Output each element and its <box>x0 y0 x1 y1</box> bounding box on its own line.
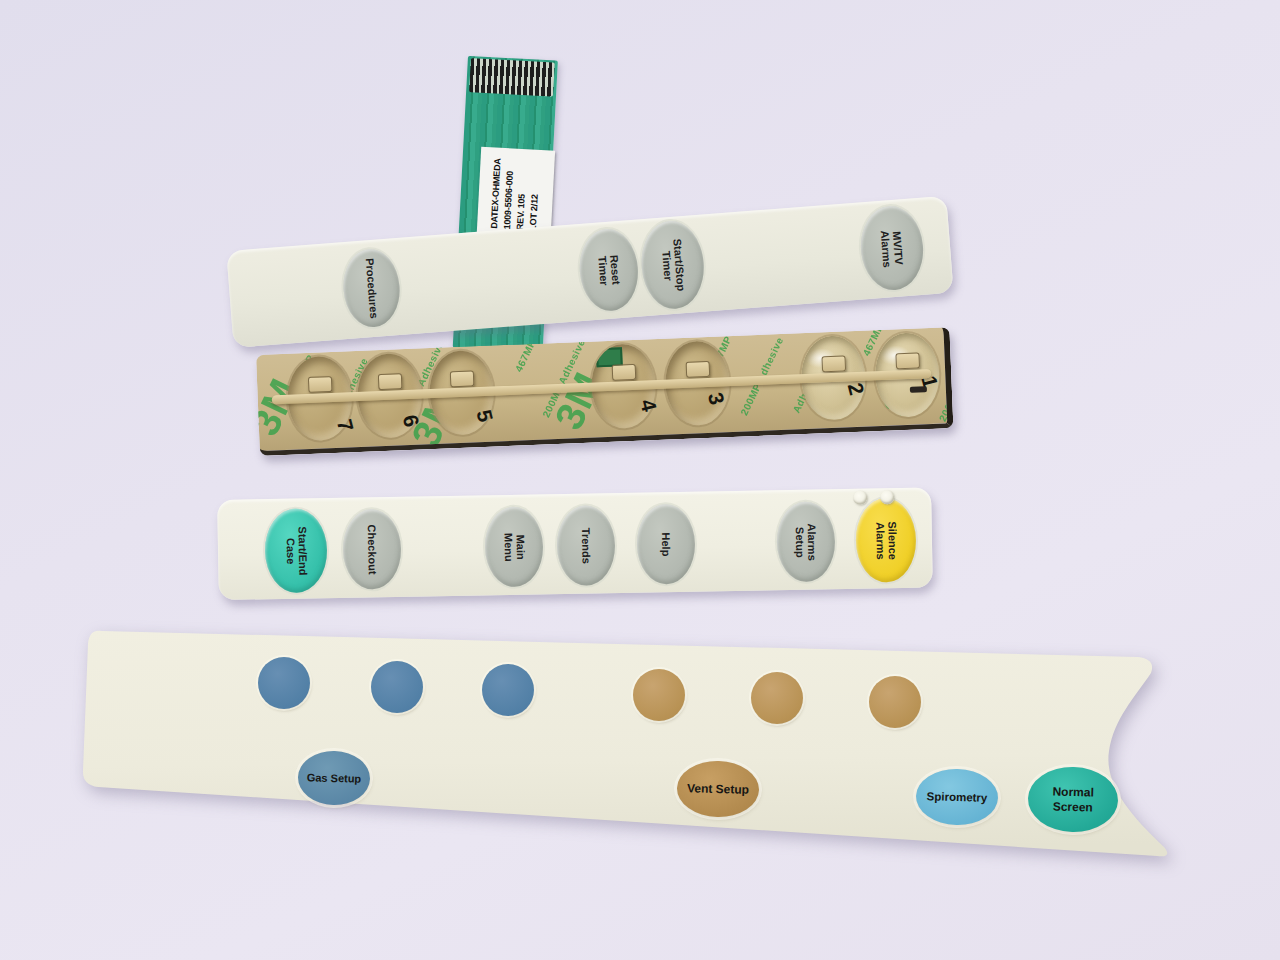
timer-keypad-strip: Procedures Reset Timer Start/Stop Timer … <box>226 196 953 348</box>
unlabeled-key-dot-blue <box>371 661 423 713</box>
button-trends: Trends <box>556 505 615 586</box>
dome-contact-bump <box>895 352 920 369</box>
unlabeled-key-dot-tan <box>633 669 685 721</box>
button-label: Start/Stop Timer <box>658 238 687 292</box>
connector-slot <box>910 386 927 393</box>
setup-keypad-strip <box>70 622 1190 872</box>
unlabeled-key-dot-tan <box>751 672 803 724</box>
button-label: Alarms Setup <box>793 523 818 561</box>
button-alarms-setup: Alarms Setup <box>776 501 835 582</box>
unlabeled-key-dot-blue <box>258 657 310 709</box>
unlabeled-key-dot-tan <box>869 676 921 728</box>
button-label: Procedures <box>363 257 380 318</box>
setup-strip-shape <box>83 631 1167 857</box>
button-start-stop-timer: Start/Stop Timer <box>638 219 707 311</box>
cable-contact-fingers <box>469 58 555 96</box>
dome-contact-bump <box>378 373 403 390</box>
cable-label-text: DATEX-OHMEDA 1009-5506-000 REV. 105 LOT … <box>488 154 544 231</box>
dome-contact-bump <box>821 355 846 372</box>
dome-number: 4 <box>634 391 663 420</box>
dome-number: 5 <box>470 401 499 430</box>
button-label: Silence Alarms <box>873 521 899 560</box>
button-main-menu: Main Menu <box>484 506 543 587</box>
button-label: Trends <box>579 527 592 563</box>
button-label: MV/TV Alarms <box>878 229 906 268</box>
button-label: Main Menu <box>501 532 526 561</box>
adhesive-backing-strip: 3M 3M 3M 3M 467MP 200MP Adhesive Adhesiv… <box>256 327 953 456</box>
button-label: Gas Setup <box>307 771 362 784</box>
button-silence-alarms: Silence Alarms <box>855 498 916 583</box>
button-label: Help <box>660 532 673 556</box>
button-start-end-case: Start/End Case <box>264 508 327 593</box>
dome-contact-bump <box>686 361 711 378</box>
button-checkout: Checkout <box>342 509 401 590</box>
led-bump <box>853 491 867 505</box>
button-label: Vent Setup <box>687 781 749 797</box>
button-label: Normal Screen <box>1052 784 1094 815</box>
menu-keypad-strip: Start/End Case Checkout Main Menu Trends… <box>217 488 933 600</box>
unlabeled-key-dot-blue <box>482 664 534 716</box>
dome-contact-bump <box>450 370 475 387</box>
button-label: Spirometry <box>926 790 987 804</box>
button-label: Checkout <box>365 524 378 574</box>
button-procedures: Procedures <box>341 247 403 329</box>
button-help: Help <box>636 504 695 585</box>
dome-contact-bump <box>308 376 333 393</box>
photo-canvas: DATEX-OHMEDA 1009-5506-000 REV. 105 LOT … <box>0 0 1280 960</box>
dome-number: 7 <box>330 411 359 440</box>
button-mv-tv-alarms: MV/TV Alarms <box>858 204 926 293</box>
dome-contact-bump <box>612 364 637 381</box>
button-reset-timer: Reset Timer <box>577 227 641 313</box>
button-label: Start/End Case <box>283 526 309 575</box>
cable-label: DATEX-OHMEDA 1009-5506-000 REV. 105 LOT … <box>477 147 556 239</box>
button-label: Reset Timer <box>595 254 622 286</box>
